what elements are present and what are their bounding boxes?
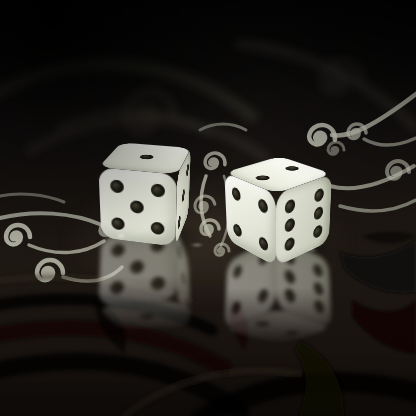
pip: [110, 280, 124, 294]
surface-sparkle: [116, 234, 126, 238]
surface-sparkle: [190, 243, 204, 247]
pip: [151, 276, 165, 290]
flourish-shape: [340, 240, 416, 293]
pip: [313, 224, 322, 240]
pip: [139, 154, 155, 160]
pip: [314, 280, 324, 296]
pip: [285, 287, 295, 304]
pip: [285, 268, 295, 285]
left-die[interactable]: [87, 132, 207, 252]
pip: [283, 330, 301, 336]
pip: [285, 236, 295, 253]
flourish-shape: [352, 300, 416, 354]
surface-reflection-streaks: [0, 277, 416, 416]
foreground-surface-pattern: [0, 0, 416, 416]
flourish-shape: [362, 232, 416, 244]
pip: [285, 198, 295, 215]
right-die[interactable]: [218, 148, 338, 268]
pip: [314, 298, 324, 314]
pip: [151, 221, 165, 235]
left-die-cube: [111, 154, 185, 229]
pip: [285, 217, 295, 234]
pip: [232, 186, 241, 202]
pip: [232, 299, 241, 315]
ornament-curve: [0, 361, 240, 412]
right-die-cube: [253, 164, 305, 254]
pip: [111, 217, 124, 231]
left-die-front-face-5: [98, 167, 177, 247]
pip: [110, 180, 124, 194]
pip: [139, 314, 155, 320]
pip: [151, 184, 165, 198]
pip: [131, 201, 145, 215]
pip: [258, 198, 268, 215]
surface-sparkle: [306, 248, 318, 252]
pip: [233, 222, 242, 238]
pip: [258, 287, 268, 304]
pip: [314, 206, 324, 222]
pip: [259, 235, 268, 252]
scene: [0, 0, 416, 416]
pip: [131, 259, 145, 273]
pip: [314, 187, 324, 203]
